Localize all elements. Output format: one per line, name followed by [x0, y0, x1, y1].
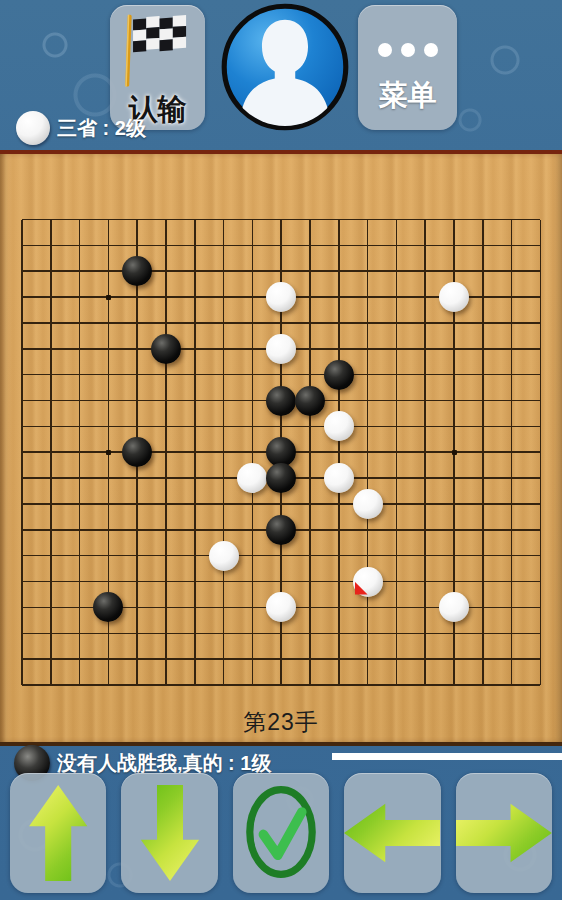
stone-white-H6: ○	[209, 541, 239, 571]
white-stone-glyph: ○	[266, 334, 296, 364]
grid-line	[22, 658, 540, 660]
grid-line	[396, 220, 398, 685]
white-stone-icon	[16, 111, 50, 145]
black-stone-glyph: ●	[266, 386, 296, 416]
stone-black-K12: ●	[266, 386, 296, 416]
stone-white-K16: ○	[266, 282, 296, 312]
star-point	[452, 450, 457, 455]
black-stone-glyph: ●	[122, 437, 152, 467]
nav-left-button[interactable]	[344, 773, 440, 893]
star-point	[106, 295, 111, 300]
grid-line	[540, 220, 542, 685]
grid-line	[22, 503, 540, 505]
avatar-button[interactable]	[221, 3, 349, 131]
star-point	[106, 450, 111, 455]
stone-white-Q4: ○	[439, 592, 469, 622]
ellipsis-icon	[378, 43, 438, 57]
arrow-right-icon	[456, 802, 552, 864]
white-stone-glyph: ○	[266, 592, 296, 622]
white-player-label: 三省 : 2级	[57, 115, 146, 142]
confirm-button[interactable]	[233, 773, 329, 893]
go-board[interactable]: ●○○●○●●●○●●○●○○●○○●○○	[0, 154, 562, 742]
app-screen: 认输 菜单	[0, 0, 562, 900]
white-stone-glyph: ○	[439, 282, 469, 312]
arrow-down-icon	[139, 785, 201, 881]
stone-black-K7: ●	[266, 515, 296, 545]
white-stone-glyph: ○	[324, 463, 354, 493]
white-stone-glyph: ○	[353, 489, 383, 519]
white-stone-glyph: ○	[237, 463, 267, 493]
white-stone-glyph: ○	[324, 411, 354, 441]
grid-line	[22, 581, 540, 583]
stone-white-K4: ○	[266, 592, 296, 622]
grid-line	[309, 220, 311, 685]
white-stone-glyph: ○	[209, 541, 239, 571]
nav-up-button[interactable]	[10, 773, 106, 893]
move-number-label: 第23手	[0, 707, 562, 738]
black-stone-glyph: ●	[122, 256, 152, 286]
grid-line	[22, 633, 540, 635]
stone-white-N8: ○	[353, 489, 383, 519]
board-wood: ●○○●○●●●○●●○●○○●○○●○○ 第23手	[0, 150, 562, 746]
grid-line	[511, 220, 513, 685]
grid-line	[424, 220, 426, 685]
black-stone-glyph: ●	[266, 463, 296, 493]
grid-line	[482, 220, 484, 685]
black-stone-glyph: ●	[266, 515, 296, 545]
grid-line	[338, 220, 340, 685]
grid-line	[22, 684, 540, 686]
black-stone-glyph: ●	[151, 334, 181, 364]
check-icon	[241, 780, 321, 887]
checkered-flag-icon	[119, 11, 197, 95]
black-stone-glyph: ●	[295, 386, 325, 416]
nav-right-button[interactable]	[456, 773, 552, 893]
black-stone-glyph: ●	[93, 592, 123, 622]
stone-white-K14: ○	[266, 334, 296, 364]
stone-white-Q16: ○	[439, 282, 469, 312]
time-bar	[332, 753, 562, 760]
black-stone-glyph: ●	[324, 360, 354, 390]
stone-white-M9: ○	[324, 463, 354, 493]
person-silhouette-icon	[221, 119, 349, 134]
stone-black-K9: ●	[266, 463, 296, 493]
stone-white-N5: ○	[353, 567, 383, 597]
white-stone-glyph: ○	[439, 592, 469, 622]
grid-line	[367, 220, 369, 685]
arrow-up-icon	[27, 785, 89, 881]
arrow-left-icon	[344, 802, 440, 864]
white-player-row: 三省 : 2级	[16, 111, 146, 145]
nav-down-button[interactable]	[121, 773, 217, 893]
menu-button[interactable]: 菜单	[358, 5, 457, 130]
stone-black-E17: ●	[122, 256, 152, 286]
white-stone-glyph: ○	[266, 282, 296, 312]
menu-label: 菜单	[379, 81, 437, 110]
stone-black-L12: ●	[295, 386, 325, 416]
stone-white-M11: ○	[324, 411, 354, 441]
bottom-nav	[0, 773, 562, 893]
stone-white-J9: ○	[237, 463, 267, 493]
stone-black-E10: ●	[122, 437, 152, 467]
stone-black-M13: ●	[324, 360, 354, 390]
stone-black-F14: ●	[151, 334, 181, 364]
stone-black-D4: ●	[93, 592, 123, 622]
grid-line	[22, 555, 540, 557]
